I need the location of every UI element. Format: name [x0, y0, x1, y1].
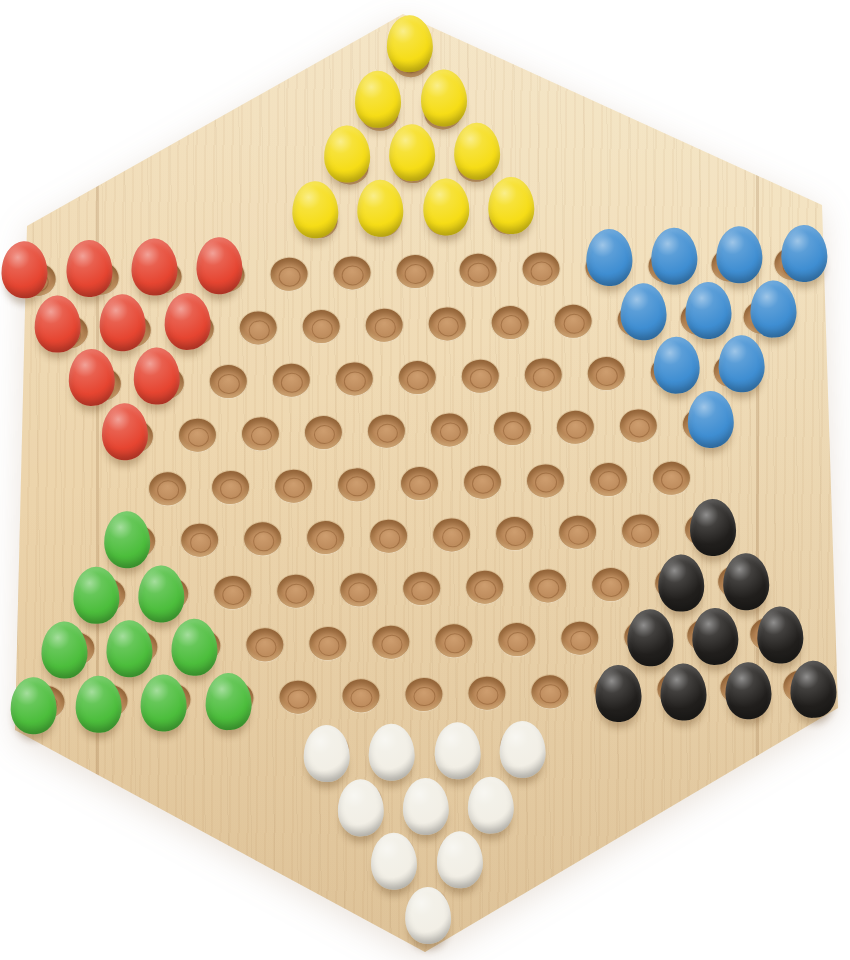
- peg-white[interactable]: [467, 776, 514, 834]
- hole[interactable]: [309, 627, 347, 661]
- hole[interactable]: [274, 469, 312, 503]
- peg-blue[interactable]: [653, 336, 700, 394]
- peg-green[interactable]: [205, 673, 252, 731]
- hole[interactable]: [276, 574, 314, 608]
- peg-blue[interactable]: [651, 227, 698, 285]
- hole[interactable]: [368, 414, 406, 448]
- peg-yellow[interactable]: [422, 178, 469, 236]
- hole[interactable]: [400, 466, 438, 500]
- peg-yellow[interactable]: [292, 180, 339, 238]
- hole[interactable]: [554, 305, 592, 339]
- hole[interactable]: [459, 254, 497, 288]
- peg-yellow[interactable]: [355, 70, 402, 128]
- peg-red[interactable]: [196, 237, 243, 295]
- hole[interactable]: [305, 415, 343, 449]
- hole[interactable]: [342, 679, 380, 713]
- peg-blue[interactable]: [684, 281, 731, 339]
- hole[interactable]: [652, 461, 690, 495]
- peg-red[interactable]: [66, 239, 113, 297]
- peg-green[interactable]: [140, 674, 187, 732]
- peg-yellow[interactable]: [386, 15, 433, 73]
- hole[interactable]: [465, 570, 503, 604]
- peg-black[interactable]: [725, 662, 772, 720]
- peg-red[interactable]: [102, 402, 149, 460]
- peg-black[interactable]: [689, 499, 736, 557]
- hole[interactable]: [531, 675, 569, 709]
- peg-blue[interactable]: [619, 282, 666, 340]
- peg-green[interactable]: [171, 619, 218, 677]
- hole[interactable]: [435, 624, 473, 658]
- peg-green[interactable]: [104, 511, 151, 569]
- hole[interactable]: [622, 514, 660, 548]
- hole[interactable]: [239, 311, 277, 345]
- peg-black[interactable]: [595, 664, 642, 722]
- peg-black[interactable]: [660, 663, 707, 721]
- hole[interactable]: [402, 572, 440, 606]
- hole[interactable]: [428, 307, 466, 341]
- peg-black[interactable]: [790, 660, 837, 718]
- peg-blue[interactable]: [781, 224, 828, 282]
- peg-red[interactable]: [34, 295, 81, 353]
- peg-yellow[interactable]: [487, 176, 534, 234]
- hole[interactable]: [557, 410, 595, 444]
- hole[interactable]: [211, 470, 249, 504]
- hole[interactable]: [372, 625, 410, 659]
- hole[interactable]: [468, 676, 506, 710]
- peg-black[interactable]: [756, 607, 803, 665]
- hole[interactable]: [591, 568, 629, 602]
- hole[interactable]: [620, 409, 658, 443]
- peg-black[interactable]: [723, 553, 770, 611]
- hole[interactable]: [179, 418, 217, 452]
- hole[interactable]: [498, 623, 536, 657]
- peg-black[interactable]: [626, 609, 673, 667]
- hole[interactable]: [524, 358, 562, 392]
- peg-yellow[interactable]: [420, 69, 467, 127]
- hole[interactable]: [270, 258, 308, 292]
- peg-black[interactable]: [658, 554, 705, 612]
- hole[interactable]: [398, 361, 436, 395]
- peg-green[interactable]: [106, 620, 153, 678]
- hole[interactable]: [589, 462, 627, 496]
- hole[interactable]: [496, 517, 534, 551]
- hole[interactable]: [302, 310, 340, 344]
- peg-blue[interactable]: [716, 226, 763, 284]
- peg-yellow[interactable]: [323, 125, 370, 183]
- peg-red[interactable]: [131, 238, 178, 296]
- hole[interactable]: [242, 417, 280, 451]
- peg-white[interactable]: [436, 831, 483, 889]
- hole[interactable]: [587, 357, 625, 391]
- hole[interactable]: [337, 467, 375, 501]
- peg-green[interactable]: [75, 675, 122, 733]
- peg-blue[interactable]: [749, 280, 796, 338]
- peg-white[interactable]: [402, 777, 449, 835]
- peg-white[interactable]: [337, 779, 384, 837]
- peg-blue[interactable]: [687, 390, 734, 448]
- hole[interactable]: [333, 256, 371, 290]
- peg-yellow[interactable]: [357, 179, 404, 237]
- peg-layer: [0, 0, 850, 960]
- hole[interactable]: [148, 471, 186, 505]
- peg-green[interactable]: [138, 565, 185, 623]
- hole[interactable]: [528, 569, 566, 603]
- hole[interactable]: [561, 621, 599, 655]
- peg-black[interactable]: [691, 608, 738, 666]
- peg-white[interactable]: [499, 721, 546, 779]
- peg-blue[interactable]: [718, 335, 765, 393]
- hole[interactable]: [463, 465, 501, 499]
- peg-white[interactable]: [369, 724, 416, 782]
- hole[interactable]: [405, 677, 443, 711]
- hole[interactable]: [433, 518, 471, 552]
- hole[interactable]: [396, 255, 434, 289]
- peg-green[interactable]: [41, 622, 88, 680]
- peg-red[interactable]: [164, 292, 211, 350]
- hole[interactable]: [526, 464, 564, 498]
- peg-blue[interactable]: [586, 229, 633, 287]
- hole[interactable]: [246, 628, 284, 662]
- peg-red[interactable]: [1, 241, 48, 299]
- peg-yellow[interactable]: [453, 122, 500, 180]
- hole[interactable]: [365, 308, 403, 342]
- hole[interactable]: [244, 522, 282, 556]
- hole[interactable]: [209, 365, 247, 399]
- hole[interactable]: [494, 411, 532, 445]
- peg-white[interactable]: [371, 833, 418, 891]
- peg-green[interactable]: [73, 566, 120, 624]
- hole[interactable]: [370, 520, 408, 554]
- hole[interactable]: [431, 413, 469, 447]
- hole[interactable]: [272, 363, 310, 397]
- hole[interactable]: [559, 516, 597, 550]
- hole[interactable]: [335, 362, 373, 396]
- peg-red[interactable]: [68, 348, 115, 406]
- hole[interactable]: [339, 573, 377, 607]
- peg-white[interactable]: [404, 886, 451, 944]
- peg-red[interactable]: [99, 293, 146, 351]
- hole[interactable]: [279, 680, 317, 714]
- hole[interactable]: [181, 524, 219, 558]
- peg-white[interactable]: [304, 725, 351, 783]
- scene: [0, 0, 850, 960]
- hole[interactable]: [213, 576, 251, 610]
- hole[interactable]: [522, 252, 560, 286]
- hole[interactable]: [307, 521, 345, 555]
- peg-yellow[interactable]: [388, 124, 435, 182]
- peg-white[interactable]: [434, 722, 481, 780]
- peg-red[interactable]: [133, 347, 180, 405]
- hole[interactable]: [491, 306, 529, 340]
- hole[interactable]: [461, 359, 499, 393]
